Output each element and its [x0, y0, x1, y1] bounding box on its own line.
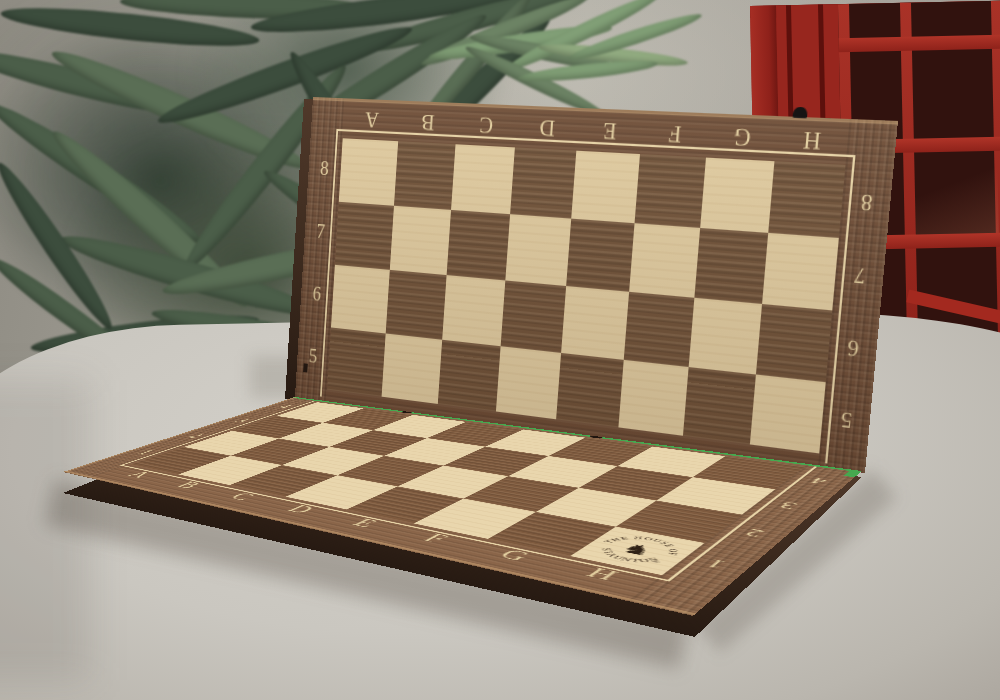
square-d8 [510, 147, 576, 218]
rank-label-right-8: 8 [841, 188, 891, 217]
square-f5 [618, 360, 688, 436]
square-e5 [556, 353, 624, 427]
square-b6 [386, 270, 447, 340]
rank-label-left-1: 1 [132, 449, 158, 457]
file-label-top-C: C [456, 110, 517, 140]
square-e7 [566, 219, 634, 292]
square-f7 [629, 223, 700, 298]
square-g5 [683, 367, 756, 444]
square-d5 [496, 346, 561, 419]
file-label-top-G: G [732, 122, 752, 152]
file-label-top-F: F [667, 119, 682, 148]
square-c7 [447, 210, 511, 281]
file-label-top-C: C [478, 111, 494, 139]
square-h5 [750, 375, 826, 454]
rank-label-right-5: 5 [839, 407, 853, 434]
square-h6 [756, 304, 832, 382]
square-d7 [505, 214, 571, 286]
rank-label-left-4: 4 [273, 404, 295, 410]
file-label-top-D: D [538, 114, 556, 142]
file-label-top-E: E [602, 116, 618, 145]
file-label-top-D: D [515, 113, 579, 143]
square-a8 [339, 138, 398, 206]
square-h7 [762, 233, 839, 311]
file-label-bottom-C: C [224, 491, 261, 503]
hinge-screw [303, 363, 308, 372]
square-b7 [390, 206, 451, 275]
file-label-top-E: E [577, 115, 643, 146]
file-label-top-A: A [343, 105, 400, 134]
square-e6 [561, 286, 629, 360]
rank-label-right-3: 3 [775, 500, 801, 512]
rank-label-left-3: 3 [230, 418, 253, 424]
booth-glass-reflection [914, 151, 999, 235]
square-b8 [394, 141, 456, 210]
square-g8 [700, 158, 774, 233]
square-c8 [451, 144, 515, 214]
square-f8 [635, 154, 706, 228]
rank-label-right-6: 6 [846, 335, 860, 362]
square-a5 [327, 327, 386, 396]
brass-latch-knob [793, 106, 808, 118]
rank-label-right-7: 7 [834, 261, 884, 291]
file-label-top-H: H [801, 125, 822, 155]
rank-label-left-6: 6 [301, 281, 334, 307]
square-a6 [331, 265, 390, 334]
rank-label-left-6: 6 [312, 282, 322, 305]
rank-label-right-6: 6 [828, 333, 878, 364]
rank-label-right-1: 1 [700, 556, 731, 571]
square-e8 [571, 151, 640, 224]
file-label-top-G: G [707, 121, 778, 153]
rank-label-right-4: 4 [806, 476, 831, 486]
file-label-bottom-F: F [417, 531, 454, 546]
rank-label-left-5: 5 [297, 343, 330, 369]
square-f6 [624, 292, 695, 367]
registered-mark: ® [650, 559, 662, 564]
rank-label-left-8: 8 [308, 156, 341, 181]
file-label-bottom-A: A [122, 469, 158, 480]
file-label-bottom-E: E [346, 516, 384, 530]
file-label-bottom-B: B [171, 480, 207, 491]
rank-label-right-7: 7 [852, 262, 866, 289]
square-b5 [382, 333, 443, 403]
file-label-top-H: H [775, 124, 849, 157]
rank-label-right-8: 8 [859, 189, 873, 216]
table-edge-shading [0, 380, 90, 680]
file-label-top-F: F [641, 118, 709, 150]
square-a7 [335, 202, 394, 270]
file-label-top-B: B [399, 108, 458, 137]
file-label-top-B: B [420, 109, 435, 136]
rank-label-left-2: 2 [183, 432, 208, 439]
rank-label-right-2: 2 [739, 526, 768, 539]
photo-scene: ABCDEFGH88776655 ABCDEFGH44332211 THE HO… [0, 0, 1000, 700]
file-label-top-A: A [364, 106, 380, 133]
booth-window-mullion [839, 35, 1000, 52]
rank-label-left-8: 8 [320, 157, 330, 180]
square-c5 [438, 340, 501, 412]
rank-label-left-7: 7 [316, 220, 326, 243]
rank-label-left-7: 7 [304, 219, 337, 244]
square-h8 [768, 161, 845, 238]
square-d6 [501, 280, 567, 352]
square-g6 [689, 298, 762, 375]
rank-label-left-5: 5 [308, 345, 318, 368]
square-g7 [694, 228, 768, 304]
square-c6 [442, 275, 505, 346]
